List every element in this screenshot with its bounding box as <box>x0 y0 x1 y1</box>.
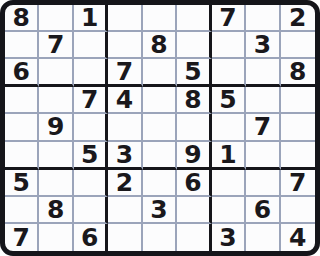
cell-r5c8[interactable]: 7 <box>246 114 256 141</box>
cell-r1c2[interactable] <box>39 5 73 32</box>
cell-r2c5[interactable]: 8 <box>143 32 177 59</box>
cell-r3c7[interactable] <box>212 59 246 87</box>
cell-r8c3[interactable] <box>74 197 108 224</box>
cell-r3c5[interactable] <box>143 59 177 87</box>
cell-r1c4[interactable] <box>108 5 142 32</box>
sudoku-board: 81727836758748597539152678367634 <box>0 0 256 256</box>
cell-r8c1[interactable] <box>5 197 39 224</box>
cell-r2c1[interactable] <box>5 32 39 59</box>
cell-r2c7[interactable] <box>212 32 246 59</box>
cell-r3c2[interactable] <box>39 59 73 87</box>
cell-r6c8[interactable] <box>246 142 256 170</box>
cell-r6c7[interactable]: 1 <box>212 142 246 170</box>
cell-r8c8[interactable]: 6 <box>246 197 256 224</box>
cell-r5c1[interactable] <box>5 114 39 141</box>
cell-r5c7[interactable] <box>212 114 246 141</box>
cell-r9c8[interactable] <box>246 224 256 251</box>
cell-r6c5[interactable] <box>143 142 177 170</box>
cell-r8c5[interactable]: 3 <box>143 197 177 224</box>
cell-r9c6[interactable] <box>177 224 211 251</box>
cell-r7c2[interactable] <box>39 170 73 197</box>
cell-r1c5[interactable] <box>143 5 177 32</box>
cell-r3c4[interactable]: 7 <box>108 59 142 87</box>
cell-r7c6[interactable]: 6 <box>177 170 211 197</box>
cell-r9c1[interactable]: 7 <box>5 224 39 251</box>
cell-r2c2[interactable]: 7 <box>39 32 73 59</box>
cell-r9c4[interactable] <box>108 224 142 251</box>
cell-r1c1[interactable]: 8 <box>5 5 39 32</box>
cell-r9c2[interactable] <box>39 224 73 251</box>
cell-r1c8[interactable] <box>246 5 256 32</box>
cell-r7c3[interactable] <box>74 170 108 197</box>
cell-r7c1[interactable]: 5 <box>5 170 39 197</box>
cell-r5c2[interactable]: 9 <box>39 114 73 141</box>
cell-r4c3[interactable]: 7 <box>74 87 108 114</box>
cell-r9c5[interactable] <box>143 224 177 251</box>
cell-r6c1[interactable] <box>5 142 39 170</box>
cell-r7c4[interactable]: 2 <box>108 170 142 197</box>
cell-r4c5[interactable] <box>143 87 177 114</box>
cell-r5c3[interactable] <box>74 114 108 141</box>
cell-r2c6[interactable] <box>177 32 211 59</box>
cell-r7c8[interactable] <box>246 170 256 197</box>
cell-r5c5[interactable] <box>143 114 177 141</box>
cell-r6c4[interactable]: 3 <box>108 142 142 170</box>
cell-r3c3[interactable] <box>74 59 108 87</box>
cell-r1c7[interactable]: 7 <box>212 5 246 32</box>
cell-r5c6[interactable] <box>177 114 211 141</box>
cell-r3c1[interactable]: 6 <box>5 59 39 87</box>
cell-r2c8[interactable]: 3 <box>246 32 256 59</box>
cell-r7c5[interactable] <box>143 170 177 197</box>
cell-r9c7[interactable]: 3 <box>212 224 246 251</box>
cell-r6c3[interactable]: 5 <box>74 142 108 170</box>
cell-r6c2[interactable] <box>39 142 73 170</box>
cell-r4c2[interactable] <box>39 87 73 114</box>
cell-r7c7[interactable] <box>212 170 246 197</box>
cell-r8c6[interactable] <box>177 197 211 224</box>
cell-r8c2[interactable]: 8 <box>39 197 73 224</box>
cell-r4c8[interactable] <box>246 87 256 114</box>
cell-r4c4[interactable]: 4 <box>108 87 142 114</box>
cell-r4c6[interactable]: 8 <box>177 87 211 114</box>
cell-r1c6[interactable] <box>177 5 211 32</box>
cell-r3c8[interactable] <box>246 59 256 87</box>
cell-r2c3[interactable] <box>74 32 108 59</box>
cell-r1c3[interactable]: 1 <box>74 5 108 32</box>
cell-r9c3[interactable]: 6 <box>74 224 108 251</box>
cell-r4c1[interactable] <box>5 87 39 114</box>
cell-r8c4[interactable] <box>108 197 142 224</box>
cell-r3c6[interactable]: 5 <box>177 59 211 87</box>
cell-r8c7[interactable] <box>212 197 246 224</box>
cell-r2c4[interactable] <box>108 32 142 59</box>
cell-r4c7[interactable]: 5 <box>212 87 246 114</box>
cell-r5c4[interactable] <box>108 114 142 141</box>
cell-r6c6[interactable]: 9 <box>177 142 211 170</box>
